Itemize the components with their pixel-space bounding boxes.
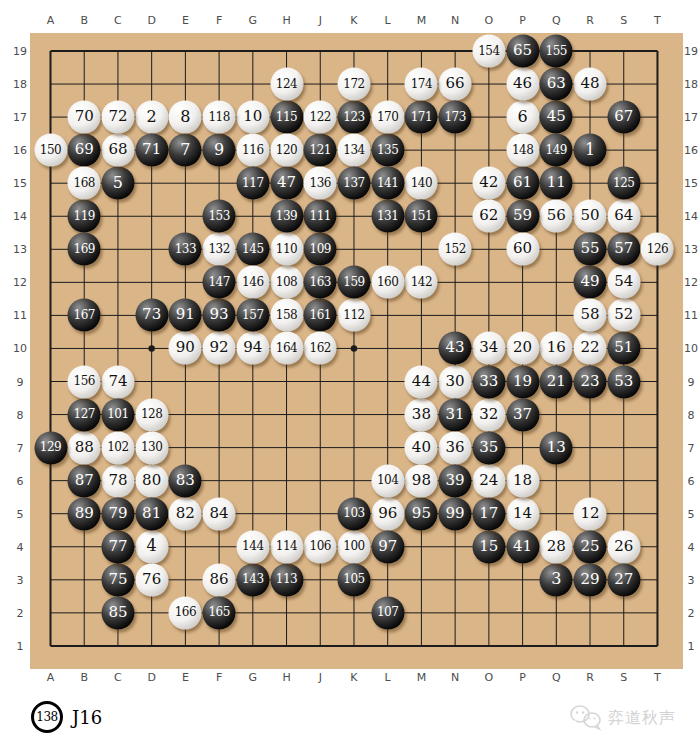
stone-P9: 19 — [506, 365, 539, 398]
col-label-top-P: P — [519, 14, 526, 27]
stone-move-number: 123 — [343, 111, 364, 123]
stone-J4: 106 — [304, 530, 337, 563]
stone-move-number: 163 — [310, 276, 331, 288]
row-label-left-17: 17 — [13, 111, 27, 124]
row-label-right-6: 6 — [688, 474, 695, 487]
stone-move-number: 171 — [411, 111, 432, 123]
stone-C8: 101 — [101, 398, 134, 431]
col-label-bottom-H: H — [282, 671, 290, 684]
stone-move-number: 35 — [479, 440, 498, 455]
stone-move-number: 173 — [444, 111, 465, 123]
stone-B7: 88 — [68, 431, 101, 464]
stone-move-number: 44 — [412, 374, 431, 389]
stone-move-number: 76 — [142, 572, 161, 587]
stone-C15: 5 — [101, 167, 134, 200]
stone-R11: 58 — [574, 299, 607, 332]
stone-move-number: 11 — [547, 175, 566, 190]
stone-B11: 167 — [68, 299, 101, 332]
stone-S17: 67 — [607, 101, 640, 134]
stone-move-number: 90 — [176, 340, 195, 355]
stone-B8: 127 — [68, 398, 101, 431]
row-label-right-18: 18 — [684, 78, 698, 91]
stone-C17: 72 — [101, 101, 134, 134]
stone-move-number: 38 — [412, 407, 431, 422]
stone-P13: 60 — [506, 233, 539, 266]
stone-move-number: 128 — [141, 408, 162, 420]
stone-move-number: 36 — [446, 440, 465, 455]
stone-move-number: 80 — [142, 473, 161, 488]
stone-O4: 15 — [472, 530, 505, 563]
stone-move-number: 147 — [208, 276, 229, 288]
stone-move-number: 105 — [343, 573, 364, 585]
stone-P4: 41 — [506, 530, 539, 563]
stone-M12: 142 — [405, 266, 438, 299]
stone-K18: 172 — [337, 68, 370, 101]
col-label-bottom-D: D — [147, 671, 155, 684]
stone-move-number: 98 — [412, 473, 431, 488]
stone-move-number: 77 — [108, 539, 127, 554]
stone-E6: 83 — [169, 464, 202, 497]
row-label-left-19: 19 — [13, 45, 27, 58]
watermark: 弈道秋声 — [569, 703, 676, 733]
stone-S15: 125 — [607, 167, 640, 200]
col-label-bottom-R: R — [586, 671, 594, 684]
stone-move-number: 5 — [113, 175, 123, 191]
stone-P6: 18 — [506, 464, 539, 497]
stone-move-number: 136 — [310, 177, 331, 189]
stone-T13: 126 — [641, 233, 674, 266]
row-label-left-18: 18 — [13, 78, 27, 91]
stone-move-number: 34 — [479, 340, 498, 355]
stone-move-number: 30 — [446, 374, 465, 389]
stone-move-number: 16 — [547, 340, 566, 355]
row-label-left-6: 6 — [17, 474, 24, 487]
stone-move-number: 164 — [276, 342, 297, 354]
stone-P17: 6 — [506, 101, 539, 134]
stone-K16: 134 — [337, 134, 370, 167]
stone-move-number: 143 — [242, 573, 263, 585]
col-label-bottom-L: L — [385, 671, 391, 684]
stone-move-number: 62 — [479, 208, 498, 223]
stone-move-number: 10 — [243, 109, 262, 124]
watermark-text: 弈道秋声 — [608, 708, 676, 729]
stone-move-number: 89 — [75, 506, 94, 521]
stone-move-number: 71 — [142, 142, 161, 157]
stone-move-number: 125 — [613, 177, 634, 189]
stone-move-number: 172 — [343, 78, 364, 90]
stone-move-number: 161 — [310, 309, 331, 321]
stone-move-number: 139 — [276, 210, 297, 222]
stone-move-number: 110 — [276, 243, 297, 255]
stone-O7: 35 — [472, 431, 505, 464]
stone-move-number: 113 — [276, 573, 297, 585]
stone-D11: 73 — [135, 299, 168, 332]
stone-B16: 69 — [68, 134, 101, 167]
stone-move-number: 56 — [547, 208, 566, 223]
stone-move-number: 99 — [446, 506, 465, 521]
stone-move-number: 87 — [75, 473, 94, 488]
stone-J15: 136 — [304, 167, 337, 200]
stone-E16: 7 — [169, 134, 202, 167]
stone-move-number: 133 — [175, 243, 196, 255]
go-diagram-page: AABBCCDDEEFFGGHHJJKKLLMMNNOOPPQQRRSSTT11… — [0, 0, 700, 749]
stone-S12: 54 — [607, 266, 640, 299]
stone-move-number: 130 — [141, 441, 162, 453]
stone-move-number: 48 — [580, 76, 599, 91]
stone-C5: 79 — [101, 497, 134, 530]
stone-B6: 87 — [68, 464, 101, 497]
row-label-left-7: 7 — [17, 441, 24, 454]
stone-F11: 93 — [203, 299, 236, 332]
stone-J17: 122 — [304, 101, 337, 134]
stone-H4: 114 — [270, 530, 303, 563]
stone-move-number: 45 — [547, 109, 566, 124]
col-label-top-D: D — [147, 14, 155, 27]
stone-N9: 30 — [439, 365, 472, 398]
col-label-top-Q: Q — [552, 14, 561, 27]
stone-move-number: 59 — [513, 208, 532, 223]
stone-B17: 70 — [68, 101, 101, 134]
stone-move-number: 119 — [74, 210, 95, 222]
stone-move-number: 17 — [479, 506, 498, 521]
stone-move-number: 145 — [242, 243, 263, 255]
stone-F2: 165 — [203, 596, 236, 629]
stone-move-number: 158 — [276, 309, 297, 321]
col-label-bottom-P: P — [519, 671, 526, 684]
stone-B5: 89 — [68, 497, 101, 530]
stone-C3: 75 — [101, 563, 134, 596]
stone-move-number: 22 — [580, 340, 599, 355]
stone-move-number: 155 — [546, 45, 567, 57]
stone-K15: 137 — [337, 167, 370, 200]
stone-move-number: 126 — [647, 243, 668, 255]
stone-N7: 36 — [439, 431, 472, 464]
stone-move-number: 55 — [580, 241, 599, 256]
stone-move-number: 170 — [377, 111, 398, 123]
stone-L6: 104 — [371, 464, 404, 497]
stone-N13: 152 — [439, 233, 472, 266]
stone-Q16: 149 — [540, 134, 573, 167]
stone-H18: 124 — [270, 68, 303, 101]
stone-move-number: 116 — [242, 144, 263, 156]
stone-move-number: 3 — [551, 571, 561, 587]
stone-K3: 105 — [337, 563, 370, 596]
stone-move-number: 13 — [547, 440, 566, 455]
stone-O8: 32 — [472, 398, 505, 431]
stone-S11: 52 — [607, 299, 640, 332]
stone-move-number: 150 — [40, 144, 61, 156]
row-label-right-10: 10 — [684, 342, 698, 355]
stone-N17: 173 — [439, 101, 472, 134]
col-label-bottom-F: F — [216, 671, 222, 684]
stone-move-number: 92 — [210, 340, 229, 355]
stone-S4: 26 — [607, 530, 640, 563]
stone-K5: 103 — [337, 497, 370, 530]
stone-move-number: 58 — [580, 307, 599, 322]
row-label-right-4: 4 — [688, 540, 695, 553]
stone-move-number: 168 — [74, 177, 95, 189]
col-label-bottom-O: O — [485, 671, 494, 684]
stone-move-number: 9 — [214, 142, 224, 158]
stone-E17: 8 — [169, 101, 202, 134]
stone-F5: 84 — [203, 497, 236, 530]
row-label-left-10: 10 — [13, 342, 27, 355]
stone-move-number: 94 — [243, 340, 262, 355]
stone-move-number: 81 — [142, 506, 161, 521]
stone-move-number: 131 — [377, 210, 398, 222]
stone-move-number: 120 — [276, 144, 297, 156]
stone-move-number: 1 — [585, 142, 595, 158]
stone-move-number: 60 — [513, 241, 532, 256]
stone-M17: 171 — [405, 101, 438, 134]
stone-move-number: 27 — [614, 572, 633, 587]
stone-move-number: 14 — [513, 506, 532, 521]
stone-move-number: 167 — [74, 309, 95, 321]
stone-move-number: 100 — [343, 540, 364, 552]
stone-S10: 51 — [607, 332, 640, 365]
stone-move-number: 148 — [512, 144, 533, 156]
stone-H15: 47 — [270, 167, 303, 200]
stone-move-number: 151 — [411, 210, 432, 222]
stone-B13: 169 — [68, 233, 101, 266]
stone-move-number: 118 — [208, 111, 229, 123]
stone-F17: 118 — [203, 101, 236, 134]
row-label-right-19: 19 — [684, 45, 698, 58]
stone-move-number: 115 — [276, 111, 297, 123]
stone-Q3: 3 — [540, 563, 573, 596]
stone-move-number: 79 — [108, 506, 127, 521]
stone-move-number: 43 — [446, 340, 465, 355]
stone-move-number: 112 — [343, 309, 364, 321]
row-label-left-16: 16 — [13, 144, 27, 157]
stone-C2: 85 — [101, 596, 134, 629]
stone-G3: 143 — [236, 563, 269, 596]
stone-L12: 160 — [371, 266, 404, 299]
stone-P5: 14 — [506, 497, 539, 530]
stone-move-number: 39 — [446, 473, 465, 488]
col-label-top-T: T — [654, 14, 661, 27]
col-label-bottom-N: N — [451, 671, 459, 684]
stone-move-number: 117 — [242, 177, 263, 189]
stone-move-number: 108 — [276, 276, 297, 288]
stone-E2: 166 — [169, 596, 202, 629]
col-label-bottom-C: C — [114, 671, 122, 684]
stone-move-number: 96 — [378, 506, 397, 521]
stone-Q9: 21 — [540, 365, 573, 398]
stone-H13: 110 — [270, 233, 303, 266]
stone-F12: 147 — [203, 266, 236, 299]
stone-F13: 132 — [203, 233, 236, 266]
row-label-left-12: 12 — [13, 276, 27, 289]
stone-L14: 131 — [371, 200, 404, 233]
stone-Q7: 13 — [540, 431, 573, 464]
stone-O5: 17 — [472, 497, 505, 530]
stone-O19: 154 — [472, 35, 505, 68]
stone-B14: 119 — [68, 200, 101, 233]
stone-move-number: 166 — [175, 606, 196, 618]
col-label-bottom-T: T — [654, 671, 661, 684]
row-label-right-3: 3 — [688, 573, 695, 586]
stone-move-number: 32 — [479, 407, 498, 422]
stone-M9: 44 — [405, 365, 438, 398]
stone-J10: 162 — [304, 332, 337, 365]
stone-move-number: 54 — [614, 274, 633, 289]
stone-C4: 77 — [101, 530, 134, 563]
row-label-left-9: 9 — [17, 375, 24, 388]
stone-move-number: 152 — [444, 243, 465, 255]
stone-move-number: 88 — [75, 440, 94, 455]
stone-move-number: 67 — [614, 109, 633, 124]
stone-move-number: 70 — [75, 109, 94, 124]
stone-move-number: 23 — [580, 374, 599, 389]
stone-move-number: 75 — [108, 572, 127, 587]
stone-move-number: 149 — [546, 144, 567, 156]
stone-H12: 108 — [270, 266, 303, 299]
stone-move-number: 82 — [176, 506, 195, 521]
stone-move-number: 137 — [343, 177, 364, 189]
row-label-left-8: 8 — [17, 408, 24, 421]
stone-move-number: 12 — [580, 506, 599, 521]
stone-M18: 174 — [405, 68, 438, 101]
stone-F10: 92 — [203, 332, 236, 365]
stone-N18: 66 — [439, 68, 472, 101]
stone-move-number: 6 — [517, 109, 527, 125]
stone-R9: 23 — [574, 365, 607, 398]
stone-move-number: 102 — [107, 441, 128, 453]
stone-move-number: 86 — [210, 572, 229, 587]
stone-move-number: 162 — [310, 342, 331, 354]
stone-A16: 150 — [34, 134, 67, 167]
stone-move-number: 111 — [310, 210, 331, 222]
stone-move-number: 50 — [580, 208, 599, 223]
row-label-left-13: 13 — [13, 243, 27, 256]
stone-K4: 100 — [337, 530, 370, 563]
row-label-right-11: 11 — [684, 309, 698, 322]
col-label-top-A: A — [47, 14, 55, 27]
stone-move-number: 74 — [108, 374, 127, 389]
stone-N10: 43 — [439, 332, 472, 365]
row-label-right-16: 16 — [684, 144, 698, 157]
col-label-top-M: M — [417, 14, 427, 27]
stone-B9: 156 — [68, 365, 101, 398]
row-label-left-15: 15 — [13, 177, 27, 190]
stone-M6: 98 — [405, 464, 438, 497]
stone-F16: 9 — [203, 134, 236, 167]
stone-J12: 163 — [304, 266, 337, 299]
stone-C7: 102 — [101, 431, 134, 464]
stone-move-number: 142 — [411, 276, 432, 288]
stone-R12: 49 — [574, 266, 607, 299]
stone-move-number: 15 — [479, 539, 498, 554]
row-label-right-2: 2 — [688, 606, 695, 619]
stone-move-number: 8 — [180, 109, 190, 125]
stone-move-number: 153 — [208, 210, 229, 222]
stone-P10: 20 — [506, 332, 539, 365]
stone-P8: 37 — [506, 398, 539, 431]
col-label-bottom-K: K — [350, 671, 357, 684]
stone-move-number: 51 — [614, 340, 633, 355]
row-label-right-9: 9 — [688, 375, 695, 388]
stone-P16: 148 — [506, 134, 539, 167]
stone-move-number: 109 — [310, 243, 331, 255]
row-label-right-7: 7 — [688, 441, 695, 454]
stone-M14: 151 — [405, 200, 438, 233]
stone-S9: 53 — [607, 365, 640, 398]
col-label-top-C: C — [114, 14, 122, 27]
stone-F14: 153 — [203, 200, 236, 233]
stone-move-number: 174 — [411, 78, 432, 90]
stone-O9: 33 — [472, 365, 505, 398]
stone-O10: 34 — [472, 332, 505, 365]
stone-F3: 86 — [203, 563, 236, 596]
stone-move-number: 84 — [210, 506, 229, 521]
row-label-right-8: 8 — [688, 408, 695, 421]
stone-Q14: 56 — [540, 200, 573, 233]
stone-move-number: 41 — [513, 539, 532, 554]
stone-C6: 78 — [101, 464, 134, 497]
stone-D7: 130 — [135, 431, 168, 464]
stone-G13: 145 — [236, 233, 269, 266]
row-label-right-15: 15 — [684, 177, 698, 190]
row-label-right-14: 14 — [684, 210, 698, 223]
stone-move-number: 121 — [310, 144, 331, 156]
col-label-bottom-J: J — [319, 671, 322, 684]
stone-G17: 10 — [236, 101, 269, 134]
row-label-left-2: 2 — [17, 606, 24, 619]
col-label-bottom-Q: Q — [552, 671, 561, 684]
col-label-top-R: R — [586, 14, 594, 27]
wechat-chat-bubbles-icon — [569, 703, 603, 733]
stone-move-number: 103 — [343, 507, 364, 519]
stone-H11: 158 — [270, 299, 303, 332]
stone-H3: 113 — [270, 563, 303, 596]
stone-move-number: 25 — [580, 539, 599, 554]
stone-move-number: 57 — [614, 241, 633, 256]
col-label-top-G: G — [249, 14, 258, 27]
stone-J13: 109 — [304, 233, 337, 266]
stone-move-number: 66 — [446, 76, 465, 91]
stone-move-number: 129 — [40, 441, 61, 453]
stone-L17: 170 — [371, 101, 404, 134]
stone-D17: 2 — [135, 101, 168, 134]
stone-H14: 139 — [270, 200, 303, 233]
row-label-right-12: 12 — [684, 276, 698, 289]
col-label-top-J: J — [319, 14, 322, 27]
stone-O15: 42 — [472, 167, 505, 200]
stone-L16: 135 — [371, 134, 404, 167]
stone-S14: 64 — [607, 200, 640, 233]
stone-move-number: 46 — [513, 76, 532, 91]
stone-E5: 82 — [169, 497, 202, 530]
stone-move-number: 93 — [210, 307, 229, 322]
stone-move-number: 154 — [478, 45, 499, 57]
stone-R3: 29 — [574, 563, 607, 596]
stone-Q15: 11 — [540, 167, 573, 200]
col-label-bottom-A: A — [47, 671, 55, 684]
stone-move-number: 95 — [412, 506, 431, 521]
stone-move-number: 140 — [411, 177, 432, 189]
stone-move-number: 4 — [147, 538, 157, 554]
stone-move-number: 64 — [614, 208, 633, 223]
stone-move-number: 26 — [614, 539, 633, 554]
row-label-right-13: 13 — [684, 243, 698, 256]
stone-G12: 146 — [236, 266, 269, 299]
stone-L15: 141 — [371, 167, 404, 200]
stone-N6: 39 — [439, 464, 472, 497]
stone-E11: 91 — [169, 299, 202, 332]
stone-Q19: 155 — [540, 35, 573, 68]
stone-move-number: 97 — [378, 539, 397, 554]
